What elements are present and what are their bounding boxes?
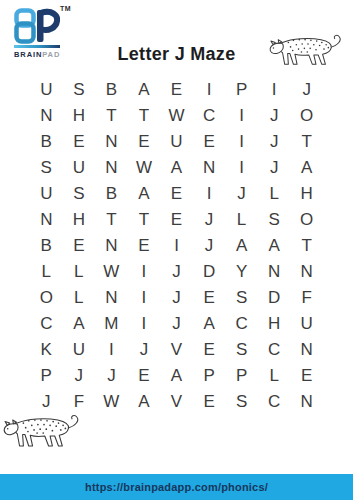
- grid-cell-r2c2[interactable]: H: [63, 102, 96, 128]
- grid-cell-r7c7[interactable]: A: [225, 232, 258, 258]
- grid-cell-r5c1[interactable]: U: [30, 180, 63, 206]
- grid-cell-r8c3[interactable]: W: [95, 258, 128, 284]
- grid-cell-r9c7[interactable]: S: [225, 284, 258, 310]
- grid-cell-r8c7[interactable]: Y: [225, 258, 258, 284]
- grid-cell-r8c6[interactable]: D: [193, 258, 226, 284]
- grid-cell-r13c9[interactable]: N: [290, 388, 323, 414]
- grid-cell-r10c7[interactable]: C: [225, 310, 258, 336]
- grid-cell-r6c5[interactable]: E: [160, 206, 193, 232]
- grid-cell-r9c5[interactable]: J: [160, 284, 193, 310]
- grid-cell-r3c9[interactable]: T: [290, 128, 323, 154]
- grid-cell-r11c1[interactable]: K: [30, 336, 63, 362]
- grid-cell-r2c1[interactable]: N: [30, 102, 63, 128]
- grid-cell-r2c9[interactable]: O: [290, 102, 323, 128]
- grid-cell-r12c3[interactable]: J: [95, 362, 128, 388]
- grid-cell-r11c6[interactable]: E: [193, 336, 226, 362]
- grid-cell-r10c8[interactable]: H: [258, 310, 291, 336]
- grid-cell-r2c4[interactable]: T: [128, 102, 161, 128]
- grid-cell-r12c2[interactable]: J: [63, 362, 96, 388]
- grid-cell-r5c3[interactable]: B: [95, 180, 128, 206]
- worksheet-page: TM BRAINPAD Letter J Maze USBAEIPIJNHTTW…: [0, 0, 353, 500]
- grid-cell-r12c7[interactable]: P: [225, 362, 258, 388]
- grid-cell-r8c4[interactable]: I: [128, 258, 161, 284]
- grid-cell-r10c2[interactable]: A: [63, 310, 96, 336]
- grid-cell-r12c8[interactable]: L: [258, 362, 291, 388]
- grid-cell-r5c8[interactable]: L: [258, 180, 291, 206]
- grid-cell-r4c8[interactable]: J: [258, 154, 291, 180]
- grid-cell-r12c1[interactable]: P: [30, 362, 63, 388]
- word-search-grid: USBAEIPIJNHTTWCIJOBENEUEIJTSUNWANIJAUSBA…: [30, 76, 323, 414]
- grid-cell-r1c6[interactable]: I: [193, 76, 226, 102]
- grid-cell-r6c3[interactable]: T: [95, 206, 128, 232]
- grid-cell-r3c2[interactable]: E: [63, 128, 96, 154]
- grid-cell-r7c6[interactable]: J: [193, 232, 226, 258]
- grid-cell-r2c3[interactable]: T: [95, 102, 128, 128]
- grid-cell-r10c6[interactable]: A: [193, 310, 226, 336]
- leopard-illustration-bottom: [2, 410, 86, 456]
- grid-cell-r6c9[interactable]: O: [290, 206, 323, 232]
- grid-cell-r3c7[interactable]: I: [225, 128, 258, 154]
- grid-cell-r4c5[interactable]: A: [160, 154, 193, 180]
- grid-cell-r3c5[interactable]: U: [160, 128, 193, 154]
- grid-cell-r5c7[interactable]: J: [225, 180, 258, 206]
- grid-cell-r7c1[interactable]: B: [30, 232, 63, 258]
- grid-cell-r7c8[interactable]: A: [258, 232, 291, 258]
- grid-cell-r9c1[interactable]: O: [30, 284, 63, 310]
- grid-cell-r7c4[interactable]: E: [128, 232, 161, 258]
- grid-cell-r10c1[interactable]: C: [30, 310, 63, 336]
- grid-cell-r5c4[interactable]: A: [128, 180, 161, 206]
- grid-cell-r12c6[interactable]: P: [193, 362, 226, 388]
- grid-cell-r11c5[interactable]: V: [160, 336, 193, 362]
- grid-cell-r4c4[interactable]: W: [128, 154, 161, 180]
- grid-cell-r3c3[interactable]: N: [95, 128, 128, 154]
- grid-cell-r2c7[interactable]: I: [225, 102, 258, 128]
- grid-cell-r1c8[interactable]: I: [258, 76, 291, 102]
- grid-cell-r2c5[interactable]: W: [160, 102, 193, 128]
- grid-cell-r1c1[interactable]: U: [30, 76, 63, 102]
- grid-cell-r10c3[interactable]: M: [95, 310, 128, 336]
- grid-cell-r13c8[interactable]: C: [258, 388, 291, 414]
- grid-cell-r8c8[interactable]: N: [258, 258, 291, 284]
- grid-cell-r1c7[interactable]: P: [225, 76, 258, 102]
- grid-cell-r1c3[interactable]: B: [95, 76, 128, 102]
- grid-cell-r9c8[interactable]: D: [258, 284, 291, 310]
- grid-cell-r4c6[interactable]: N: [193, 154, 226, 180]
- grid-cell-r11c4[interactable]: J: [128, 336, 161, 362]
- grid-cell-r11c8[interactable]: C: [258, 336, 291, 362]
- grid-cell-r13c7[interactable]: S: [225, 388, 258, 414]
- grid-cell-r5c9[interactable]: H: [290, 180, 323, 206]
- logo-trademark: TM: [60, 5, 71, 12]
- grid-cell-r7c2[interactable]: E: [63, 232, 96, 258]
- grid-cell-r7c5[interactable]: I: [160, 232, 193, 258]
- grid-cell-r12c5[interactable]: A: [160, 362, 193, 388]
- grid-cell-r5c5[interactable]: E: [160, 180, 193, 206]
- grid-cell-r13c3[interactable]: W: [95, 388, 128, 414]
- grid-cell-r10c9[interactable]: U: [290, 310, 323, 336]
- grid-cell-r9c6[interactable]: E: [193, 284, 226, 310]
- grid-cell-r6c7[interactable]: L: [225, 206, 258, 232]
- grid-cell-r8c5[interactable]: J: [160, 258, 193, 284]
- grid-cell-r1c2[interactable]: S: [63, 76, 96, 102]
- grid-cell-r12c4[interactable]: E: [128, 362, 161, 388]
- grid-cell-r11c9[interactable]: N: [290, 336, 323, 362]
- grid-cell-r8c9[interactable]: N: [290, 258, 323, 284]
- footer-bar: https://brainpadapp.com/phonics/: [0, 474, 353, 500]
- grid-cell-r5c6[interactable]: I: [193, 180, 226, 206]
- grid-cell-r6c8[interactable]: S: [258, 206, 291, 232]
- grid-cell-r3c4[interactable]: E: [128, 128, 161, 154]
- footer-url-link[interactable]: https://brainpadapp.com/phonics/: [85, 481, 268, 493]
- grid-cell-r4c9[interactable]: A: [290, 154, 323, 180]
- grid-cell-r6c4[interactable]: T: [128, 206, 161, 232]
- grid-cell-r4c3[interactable]: N: [95, 154, 128, 180]
- grid-cell-r10c5[interactable]: J: [160, 310, 193, 336]
- grid-cell-r1c5[interactable]: E: [160, 76, 193, 102]
- grid-cell-r7c3[interactable]: N: [95, 232, 128, 258]
- leopard-illustration-top: [268, 33, 348, 71]
- grid-cell-r1c4[interactable]: A: [128, 76, 161, 102]
- grid-cell-r11c2[interactable]: U: [63, 336, 96, 362]
- grid-cell-r10c4[interactable]: I: [128, 310, 161, 336]
- grid-cell-r9c3[interactable]: N: [95, 284, 128, 310]
- grid-cell-r3c1[interactable]: B: [30, 128, 63, 154]
- brainpad-logo-icon: [14, 8, 60, 44]
- grid-cell-r3c8[interactable]: J: [258, 128, 291, 154]
- grid-cell-r13c6[interactable]: E: [193, 388, 226, 414]
- grid-cell-r2c6[interactable]: C: [193, 102, 226, 128]
- grid-cell-r9c2[interactable]: L: [63, 284, 96, 310]
- grid-cell-r6c6[interactable]: J: [193, 206, 226, 232]
- grid-cell-r9c9[interactable]: F: [290, 284, 323, 310]
- grid-cell-r6c2[interactable]: H: [63, 206, 96, 232]
- grid-cell-r8c1[interactable]: L: [30, 258, 63, 284]
- grid-cell-r13c4[interactable]: A: [128, 388, 161, 414]
- grid-cell-r2c8[interactable]: J: [258, 102, 291, 128]
- grid-cell-r7c9[interactable]: T: [290, 232, 323, 258]
- grid-cell-r12c9[interactable]: E: [290, 362, 323, 388]
- grid-cell-r11c7[interactable]: S: [225, 336, 258, 362]
- grid-cell-r4c7[interactable]: I: [225, 154, 258, 180]
- grid-cell-r4c2[interactable]: U: [63, 154, 96, 180]
- grid-cell-r3c6[interactable]: E: [193, 128, 226, 154]
- grid-cell-r1c9[interactable]: J: [290, 76, 323, 102]
- grid-cell-r6c1[interactable]: N: [30, 206, 63, 232]
- grid-cell-r9c4[interactable]: I: [128, 284, 161, 310]
- grid-cell-r13c5[interactable]: V: [160, 388, 193, 414]
- grid-cell-r5c2[interactable]: S: [63, 180, 96, 206]
- grid-cell-r11c3[interactable]: I: [95, 336, 128, 362]
- grid-cell-r4c1[interactable]: S: [30, 154, 63, 180]
- grid-cell-r8c2[interactable]: L: [63, 258, 96, 284]
